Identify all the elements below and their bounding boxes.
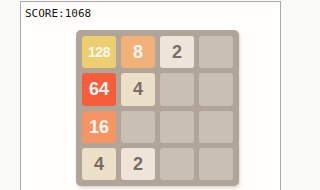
- tile-16: 16: [82, 111, 116, 143]
- empty-cell: [160, 111, 194, 143]
- game-board[interactable]: 128826441642: [76, 30, 239, 186]
- score-label: SCORE:1068: [25, 7, 91, 20]
- tile-64: 64: [82, 73, 116, 105]
- tile-2: 2: [121, 148, 155, 180]
- empty-cell: [160, 148, 194, 180]
- tile-4: 4: [82, 148, 116, 180]
- empty-cell: [199, 73, 233, 105]
- empty-cell: [199, 111, 233, 143]
- tile-4: 4: [121, 73, 155, 105]
- game-window: SCORE:1068 128826441642: [20, 1, 281, 190]
- empty-cell: [160, 73, 194, 105]
- tile-128: 128: [82, 36, 116, 68]
- empty-cell: [121, 111, 155, 143]
- empty-cell: [199, 148, 233, 180]
- tile-8: 8: [121, 36, 155, 68]
- empty-cell: [199, 36, 233, 68]
- tile-2: 2: [160, 36, 194, 68]
